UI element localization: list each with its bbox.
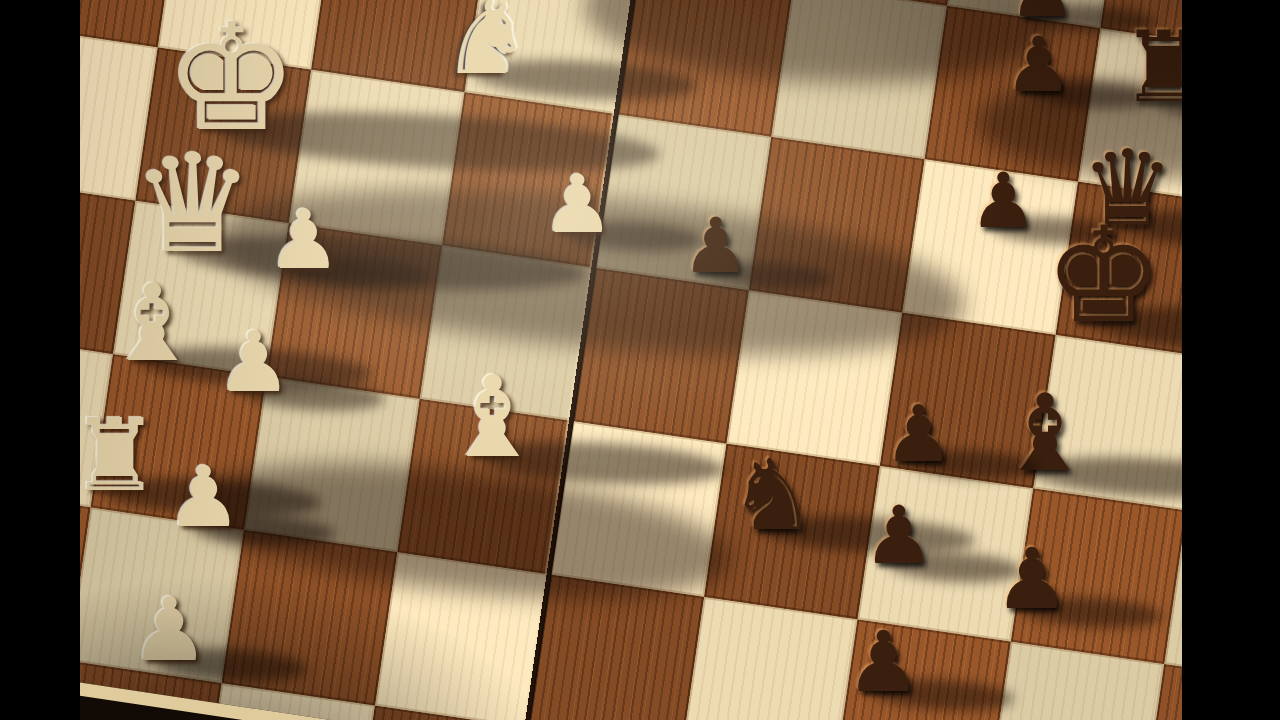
letterbox-left bbox=[0, 0, 80, 720]
letterbox-right bbox=[1182, 0, 1280, 720]
black-pawn-glyph: ♟ bbox=[863, 496, 935, 576]
black-pawn-glyph: ♟ bbox=[884, 395, 954, 473]
white-pawn-glyph: ♟ bbox=[217, 320, 292, 404]
white-pawn-glyph: ♟ bbox=[130, 586, 209, 674]
white-rook-glyph: ♜ bbox=[80, 406, 160, 506]
white-knight-glyph: ♞ bbox=[441, 0, 532, 89]
white-pawn-glyph: ♟ bbox=[167, 455, 242, 539]
black-pawn-glyph: ♟ bbox=[846, 620, 921, 704]
black-pawn-glyph: ♟ bbox=[969, 163, 1037, 239]
white-bishop-glyph: ♝ bbox=[105, 271, 200, 377]
white-bishop-glyph: ♝ bbox=[442, 361, 542, 473]
chess-board[interactable]: ♚♛♝♞♟♟♟♜♟♝♟♟♟♜♛♚♟♟♟♝♞♟♟♟ bbox=[80, 0, 1182, 720]
white-queen-glyph: ♛ bbox=[132, 136, 254, 272]
white-pawn-glyph: ♟ bbox=[267, 199, 341, 281]
black-knight-glyph: ♞ bbox=[728, 446, 816, 544]
white-pawn-glyph: ♟ bbox=[542, 165, 614, 245]
black-pawn-glyph: ♟ bbox=[994, 537, 1069, 621]
black-pawn-glyph: ♟ bbox=[682, 208, 750, 284]
black-pawn-glyph: ♟ bbox=[1004, 27, 1072, 103]
chessboard-photo: ♚♛♝♞♟♟♟♜♟♝♟♟♟♜♛♚♟♟♟♝♞♟♟♟ bbox=[80, 0, 1182, 720]
black-king-glyph: ♚ bbox=[1044, 209, 1162, 341]
screenshot: ♚♛♝♞♟♟♟♜♟♝♟♟♟♜♛♚♟♟♟♝♞♟♟♟ bbox=[0, 0, 1280, 720]
